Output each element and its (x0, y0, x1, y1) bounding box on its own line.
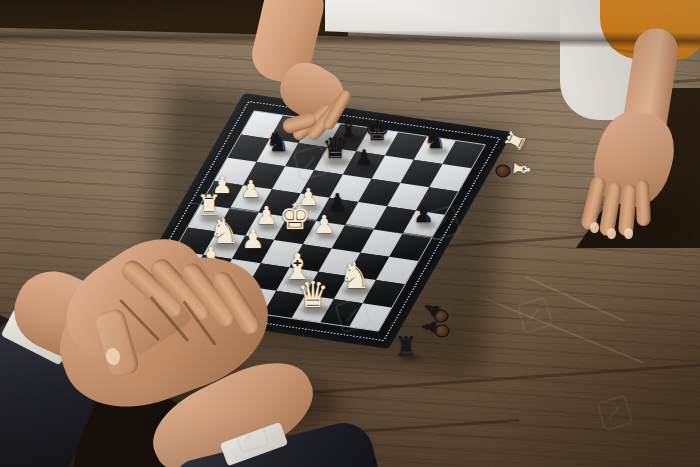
scene: ♚♝♞♛♞♟♟♟♚♛♜♝♞♞♟♟♟♟♟♟♟ ♜♝♜♟♟ (0, 0, 700, 467)
fingernail (590, 222, 599, 233)
piece-white-king[interactable]: ♚ (279, 198, 311, 234)
fingernail (607, 228, 616, 239)
piece-black-knight[interactable]: ♞ (424, 128, 447, 153)
piece-white-knight[interactable]: ♞ (339, 257, 371, 293)
captured-white-bishop: ♝ (509, 158, 533, 180)
fingernail (624, 228, 633, 239)
piece-black-king[interactable]: ♚ (364, 116, 390, 145)
captured-black-rook: ♜ (394, 333, 417, 359)
piece-white-pawn[interactable]: ♟ (241, 178, 262, 201)
piece-white-queen[interactable]: ♛ (297, 276, 329, 312)
resting-finger (635, 180, 651, 226)
piece-white-pawn[interactable]: ♟ (241, 226, 264, 252)
captured-black-pawn: ♟ (419, 318, 439, 336)
piece-white-pawn[interactable]: ♟ (313, 213, 335, 238)
